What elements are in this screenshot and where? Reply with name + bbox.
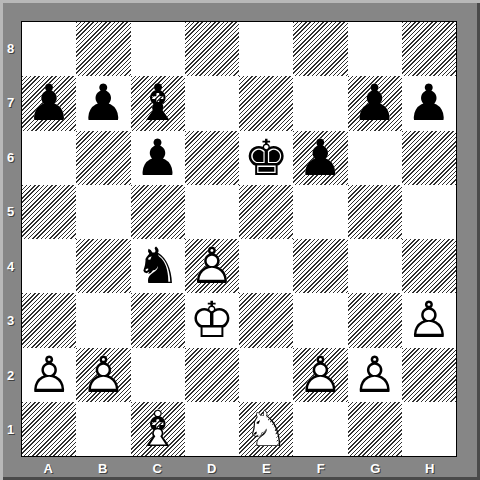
- piece-outline-layer: ♟: [348, 76, 402, 130]
- square-b6[interactable]: [76, 131, 130, 185]
- square-a7[interactable]: ♙♟: [22, 76, 76, 130]
- square-d4[interactable]: ♟♙: [185, 239, 239, 293]
- file-labels: ABCDEFGH: [21, 457, 457, 480]
- square-g3[interactable]: [348, 293, 402, 347]
- piece-white-bishop[interactable]: ♝♗: [131, 402, 185, 456]
- square-f6[interactable]: ♙♟: [293, 131, 347, 185]
- square-b1[interactable]: [76, 402, 130, 456]
- piece-black-pawn[interactable]: ♙♟: [76, 76, 130, 130]
- square-e2[interactable]: [239, 348, 293, 402]
- piece-black-pawn[interactable]: ♙♟: [131, 131, 185, 185]
- square-e3[interactable]: [239, 293, 293, 347]
- piece-outline-layer: ♞: [131, 239, 185, 293]
- square-g7[interactable]: ♙♟: [348, 76, 402, 130]
- piece-outline-layer: ♙: [76, 348, 130, 402]
- square-f1[interactable]: [293, 402, 347, 456]
- piece-outline-layer: ♘: [239, 402, 293, 456]
- square-e1[interactable]: ♞♘: [239, 402, 293, 456]
- square-g5[interactable]: [348, 185, 402, 239]
- square-d8[interactable]: [185, 22, 239, 76]
- square-g2[interactable]: ♟♙: [348, 348, 402, 402]
- square-c4[interactable]: ♘♞: [131, 239, 185, 293]
- square-f7[interactable]: [293, 76, 347, 130]
- square-g8[interactable]: [348, 22, 402, 76]
- piece-white-pawn[interactable]: ♟♙: [402, 293, 456, 347]
- square-c6[interactable]: ♙♟: [131, 131, 185, 185]
- piece-white-king[interactable]: ♚♔: [185, 293, 239, 347]
- piece-outline-layer: ♚: [239, 131, 293, 185]
- piece-white-pawn[interactable]: ♟♙: [348, 348, 402, 402]
- rank-label: 7: [0, 76, 21, 131]
- square-b8[interactable]: [76, 22, 130, 76]
- file-label: F: [294, 457, 349, 480]
- piece-outline-layer: ♔: [185, 293, 239, 347]
- piece-outline-layer: ♙: [402, 293, 456, 347]
- piece-outline-layer: ♗: [131, 402, 185, 456]
- piece-outline-layer: ♟: [293, 131, 347, 185]
- piece-outline-layer: ♙: [185, 239, 239, 293]
- piece-outline-layer: ♟: [76, 76, 130, 130]
- piece-outline-layer: ♙: [22, 348, 76, 402]
- square-e4[interactable]: [239, 239, 293, 293]
- piece-white-pawn[interactable]: ♟♙: [293, 348, 347, 402]
- rank-labels: 87654321: [0, 21, 21, 457]
- rank-label: 5: [0, 185, 21, 240]
- piece-outline-layer: ♟: [22, 76, 76, 130]
- piece-black-pawn[interactable]: ♙♟: [402, 76, 456, 130]
- file-label: C: [130, 457, 185, 480]
- square-h8[interactable]: [402, 22, 456, 76]
- square-c1[interactable]: ♝♗: [131, 402, 185, 456]
- file-label: G: [348, 457, 403, 480]
- rank-label: 2: [0, 348, 21, 403]
- square-d1[interactable]: [185, 402, 239, 456]
- file-label: H: [403, 457, 458, 480]
- rank-label: 8: [0, 21, 21, 76]
- square-e6[interactable]: ♔♚: [239, 131, 293, 185]
- square-a4[interactable]: [22, 239, 76, 293]
- chess-board: ♙♟♙♟♗♝♙♟♙♟♙♟♔♚♙♟♘♞♟♙♚♔♟♙♟♙♟♙♟♙♟♙♝♗♞♘: [21, 21, 457, 457]
- square-e7[interactable]: [239, 76, 293, 130]
- square-h6[interactable]: [402, 131, 456, 185]
- square-b2[interactable]: ♟♙: [76, 348, 130, 402]
- rank-label: 4: [0, 239, 21, 294]
- piece-white-knight[interactable]: ♞♘: [239, 402, 293, 456]
- square-a5[interactable]: [22, 185, 76, 239]
- square-b4[interactable]: [76, 239, 130, 293]
- piece-outline-layer: ♝: [131, 76, 185, 130]
- piece-black-pawn[interactable]: ♙♟: [293, 131, 347, 185]
- square-h4[interactable]: [402, 239, 456, 293]
- piece-black-knight[interactable]: ♘♞: [131, 239, 185, 293]
- square-d5[interactable]: [185, 185, 239, 239]
- square-c7[interactable]: ♗♝: [131, 76, 185, 130]
- square-d7[interactable]: [185, 76, 239, 130]
- piece-white-pawn[interactable]: ♟♙: [76, 348, 130, 402]
- square-d2[interactable]: [185, 348, 239, 402]
- file-label: D: [185, 457, 240, 480]
- square-e5[interactable]: [239, 185, 293, 239]
- diagram-frame: 87654321 ♙♟♙♟♗♝♙♟♙♟♙♟♔♚♙♟♘♞♟♙♚♔♟♙♟♙♟♙♟♙♟…: [0, 0, 480, 480]
- square-f4[interactable]: [293, 239, 347, 293]
- square-h7[interactable]: ♙♟: [402, 76, 456, 130]
- piece-outline-layer: ♙: [348, 348, 402, 402]
- file-label: B: [76, 457, 131, 480]
- square-h5[interactable]: [402, 185, 456, 239]
- piece-black-pawn[interactable]: ♙♟: [348, 76, 402, 130]
- square-g1[interactable]: [348, 402, 402, 456]
- square-h1[interactable]: [402, 402, 456, 456]
- square-e8[interactable]: [239, 22, 293, 76]
- file-label: E: [239, 457, 294, 480]
- square-a8[interactable]: [22, 22, 76, 76]
- square-a6[interactable]: [22, 131, 76, 185]
- square-c5[interactable]: [131, 185, 185, 239]
- piece-outline-layer: ♟: [402, 76, 456, 130]
- square-g4[interactable]: [348, 239, 402, 293]
- piece-white-pawn[interactable]: ♟♙: [22, 348, 76, 402]
- square-b7[interactable]: ♙♟: [76, 76, 130, 130]
- square-f2[interactable]: ♟♙: [293, 348, 347, 402]
- square-f5[interactable]: [293, 185, 347, 239]
- square-g6[interactable]: [348, 131, 402, 185]
- rank-label: 6: [0, 130, 21, 185]
- piece-outline-layer: ♙: [293, 348, 347, 402]
- square-h3[interactable]: ♟♙: [402, 293, 456, 347]
- square-c3[interactable]: [131, 293, 185, 347]
- square-c8[interactable]: [131, 22, 185, 76]
- square-h2[interactable]: [402, 348, 456, 402]
- rank-label: 1: [0, 403, 21, 458]
- square-b5[interactable]: [76, 185, 130, 239]
- square-f8[interactable]: [293, 22, 347, 76]
- square-a1[interactable]: [22, 402, 76, 456]
- piece-white-pawn[interactable]: ♟♙: [185, 239, 239, 293]
- square-a2[interactable]: ♟♙: [22, 348, 76, 402]
- piece-outline-layer: ♟: [131, 131, 185, 185]
- square-d3[interactable]: ♚♔: [185, 293, 239, 347]
- square-c2[interactable]: [131, 348, 185, 402]
- square-b3[interactable]: [76, 293, 130, 347]
- square-d6[interactable]: [185, 131, 239, 185]
- rank-label: 3: [0, 294, 21, 349]
- piece-black-king[interactable]: ♔♚: [239, 131, 293, 185]
- file-label: A: [21, 457, 76, 480]
- square-f3[interactable]: [293, 293, 347, 347]
- piece-black-bishop[interactable]: ♗♝: [131, 76, 185, 130]
- piece-black-pawn[interactable]: ♙♟: [22, 76, 76, 130]
- square-a3[interactable]: [22, 293, 76, 347]
